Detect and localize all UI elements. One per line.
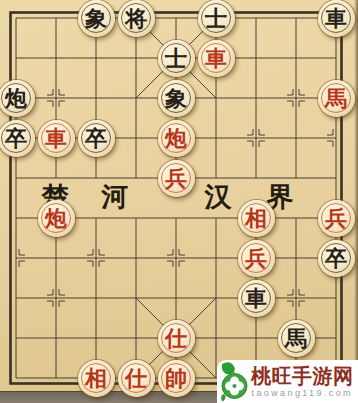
piece-red-elephant[interactable]: 相 [238,200,275,237]
piece-red-chariot[interactable]: 車 [38,120,75,157]
piece-red-advisor[interactable]: 仕 [118,360,155,397]
piece-glyph: 象 [85,0,107,37]
piece-glyph: 車 [245,280,267,317]
piece-glyph: 卒 [85,120,107,157]
piece-black-elephant[interactable]: 象 [78,0,115,37]
watermark-logo-icon [219,361,250,402]
piece-glyph: 士 [165,40,187,77]
watermark-domain: taowang119.com [252,388,353,398]
piece-glyph: 帥 [165,360,187,397]
piece-red-soldier[interactable]: 兵 [158,160,195,197]
piece-black-horse[interactable]: 馬 [278,320,315,357]
pieces-layer: 象将士車士車炮象馬卒車卒炮兵炮相兵兵卒車仕馬相仕帥 [0,0,358,403]
piece-black-soldier[interactable]: 卒 [78,120,115,157]
piece-black-cannon[interactable]: 炮 [0,80,35,117]
piece-glyph: 馬 [285,320,307,357]
piece-glyph: 仕 [125,360,147,397]
piece-black-advisor[interactable]: 士 [158,40,195,77]
piece-black-advisor[interactable]: 士 [198,0,235,37]
piece-red-chariot[interactable]: 車 [198,40,235,77]
piece-red-soldier[interactable]: 兵 [238,240,275,277]
piece-glyph: 車 [45,120,67,157]
piece-glyph: 士 [205,0,227,37]
piece-glyph: 卒 [5,120,27,157]
piece-black-general[interactable]: 将 [118,0,155,37]
piece-glyph: 炮 [5,80,27,117]
piece-black-soldier[interactable]: 卒 [0,120,35,157]
piece-glyph: 兵 [325,200,347,237]
piece-black-chariot[interactable]: 車 [318,0,355,37]
piece-glyph: 兵 [245,240,267,277]
piece-glyph: 将 [125,0,147,37]
xiangqi-board: 楚 河 汉 界 象将士車士車炮象馬卒車卒炮兵炮相兵兵卒車仕馬相仕帥 桃旺手游网 … [0,0,358,403]
piece-red-cannon[interactable]: 炮 [38,200,75,237]
piece-red-soldier[interactable]: 兵 [318,200,355,237]
watermark: 桃旺手游网 taowang119.com [217,360,358,403]
piece-red-horse[interactable]: 馬 [318,80,355,117]
piece-red-cannon[interactable]: 炮 [158,120,195,157]
piece-glyph: 卒 [325,240,347,277]
piece-black-elephant[interactable]: 象 [158,80,195,117]
piece-glyph: 馬 [325,80,347,117]
piece-glyph: 相 [85,360,107,397]
piece-glyph: 炮 [45,200,67,237]
piece-glyph: 仕 [165,320,187,357]
piece-glyph: 車 [205,40,227,77]
piece-red-general[interactable]: 帥 [158,360,195,397]
piece-black-soldier[interactable]: 卒 [318,240,355,277]
piece-glyph: 相 [245,200,267,237]
watermark-title: 桃旺手游网 [251,366,354,387]
piece-black-chariot[interactable]: 車 [238,280,275,317]
piece-glyph: 車 [325,0,347,37]
piece-glyph: 兵 [165,160,187,197]
piece-red-elephant[interactable]: 相 [78,360,115,397]
piece-glyph: 象 [165,80,187,117]
piece-red-advisor[interactable]: 仕 [158,320,195,357]
piece-glyph: 炮 [165,120,187,157]
